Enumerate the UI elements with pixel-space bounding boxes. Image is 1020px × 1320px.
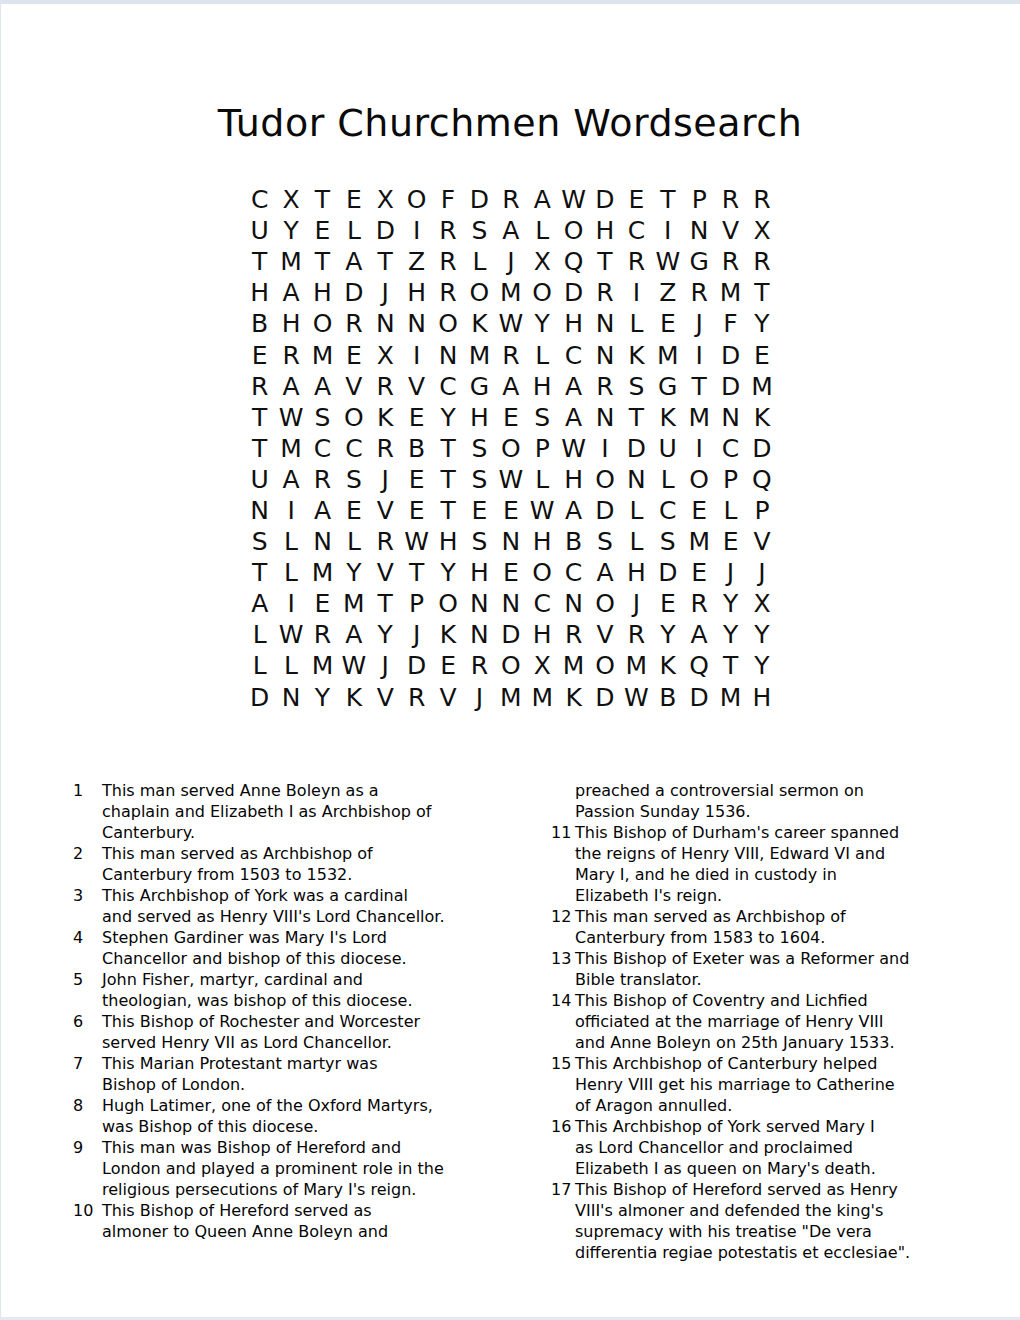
grid-cell: B: [652, 682, 683, 713]
clue-item: 9This man was Bishop of Hereford and Lon…: [73, 1137, 503, 1200]
grid-cell: I: [401, 339, 432, 370]
grid-cell: K: [746, 402, 777, 433]
grid-cell: I: [275, 495, 306, 526]
grid-cell: B: [244, 308, 275, 339]
grid-cell: G: [652, 371, 683, 402]
grid-cell: S: [464, 215, 495, 246]
grid-cell: K: [558, 682, 589, 713]
grid-cell: T: [370, 246, 401, 277]
grid-cell: R: [715, 184, 746, 215]
grid-cell: X: [370, 184, 401, 215]
grid-cell: N: [244, 495, 275, 526]
grid-cell: A: [275, 371, 306, 402]
grid-cell: L: [621, 495, 652, 526]
grid-cell: T: [652, 184, 683, 215]
grid-cell: D: [464, 184, 495, 215]
grid-cell: E: [715, 526, 746, 557]
grid-cell: E: [432, 650, 463, 681]
grid-cell: W: [558, 433, 589, 464]
grid-cell: U: [244, 464, 275, 495]
clue-item: preached a controversial sermon on Passi…: [551, 780, 951, 822]
clue-text: John Fisher, martyr, cardinal and theolo…: [102, 969, 503, 1011]
grid-cell: M: [275, 246, 306, 277]
grid-cell: N: [495, 526, 526, 557]
grid-cell: N: [589, 339, 620, 370]
grid-cell: N: [464, 588, 495, 619]
grid-cell: A: [527, 184, 558, 215]
grid-cell: J: [621, 588, 652, 619]
grid-cell: Z: [401, 246, 432, 277]
grid-cell: E: [401, 495, 432, 526]
grid-cell: D: [495, 619, 526, 650]
grid-cell: O: [338, 402, 369, 433]
grid-cell: Y: [746, 308, 777, 339]
grid-cell: O: [527, 277, 558, 308]
clue-text: This Bishop of Rochester and Worcester s…: [102, 1011, 503, 1053]
grid-cell: C: [621, 215, 652, 246]
grid-cell: X: [527, 246, 558, 277]
grid-cell: K: [464, 308, 495, 339]
grid-cell: M: [307, 557, 338, 588]
grid-cell: N: [621, 464, 652, 495]
clue-item: 5John Fisher, martyr, cardinal and theol…: [73, 969, 503, 1011]
grid-cell: D: [558, 277, 589, 308]
grid-cell: E: [683, 495, 714, 526]
grid-cell: S: [307, 402, 338, 433]
grid-cell: W: [527, 495, 558, 526]
grid-cell: C: [527, 588, 558, 619]
clue-text: Hugh Latimer, one of the Oxford Martyrs,…: [102, 1095, 503, 1137]
grid-cell: A: [558, 371, 589, 402]
clue-number: 15: [551, 1053, 575, 1074]
grid-cell: R: [683, 277, 714, 308]
grid-cell: R: [338, 308, 369, 339]
grid-cell: P: [746, 495, 777, 526]
grid-cell: H: [527, 619, 558, 650]
grid-cell: I: [401, 215, 432, 246]
grid-cell: M: [683, 526, 714, 557]
clue-text: This Bishop of Hereford served as Henry …: [575, 1179, 951, 1263]
grid-cell: P: [527, 433, 558, 464]
grid-cell: T: [244, 433, 275, 464]
clue-column-right: preached a controversial sermon on Passi…: [551, 780, 951, 1263]
grid-cell: D: [746, 433, 777, 464]
grid-cell: R: [370, 371, 401, 402]
grid-cell: R: [715, 246, 746, 277]
grid-cell: L: [275, 557, 306, 588]
clue-item: 11This Bishop of Durham's career spanned…: [551, 822, 951, 906]
grid-cell: W: [558, 184, 589, 215]
grid-cell: J: [495, 246, 526, 277]
grid-cell: Y: [527, 308, 558, 339]
grid-cell: L: [652, 464, 683, 495]
grid-cell: R: [432, 215, 463, 246]
clue-item: 13This Bishop of Exeter was a Reformer a…: [551, 948, 951, 990]
clue-text: This Bishop of Coventry and Lichfied off…: [575, 990, 951, 1053]
grid-cell: X: [746, 588, 777, 619]
grid-cell: M: [683, 402, 714, 433]
clue-text: This Marian Protestant martyr was Bishop…: [102, 1053, 503, 1095]
grid-cell: M: [275, 433, 306, 464]
grid-cell: N: [715, 402, 746, 433]
clue-number: 14: [551, 990, 575, 1011]
grid-cell: E: [495, 495, 526, 526]
grid-cell: R: [401, 682, 432, 713]
clue-number: 10: [73, 1200, 102, 1221]
clue-number: 5: [73, 969, 102, 990]
grid-cell: H: [464, 557, 495, 588]
grid-cell: A: [558, 495, 589, 526]
clue-text: This man served Anne Boleyn as a chaplai…: [102, 780, 503, 843]
grid-cell: S: [527, 402, 558, 433]
grid-cell: A: [244, 588, 275, 619]
grid-cell: K: [338, 682, 369, 713]
grid-cell: Y: [715, 588, 746, 619]
clue-number: 9: [73, 1137, 102, 1158]
grid-cell: N: [558, 588, 589, 619]
grid-cell: O: [495, 650, 526, 681]
grid-cell: I: [652, 215, 683, 246]
clue-text: This man was Bishop of Hereford and Lond…: [102, 1137, 503, 1200]
grid-cell: R: [307, 619, 338, 650]
grid-cell: I: [683, 433, 714, 464]
grid-cell: C: [558, 557, 589, 588]
grid-cell: V: [715, 215, 746, 246]
clue-item: 4Stephen Gardiner was Mary I's Lord Chan…: [73, 927, 503, 969]
grid-cell: W: [275, 402, 306, 433]
grid-cell: S: [621, 371, 652, 402]
grid-cell: Q: [558, 246, 589, 277]
grid-cell: M: [338, 588, 369, 619]
grid-cell: I: [621, 277, 652, 308]
clue-number: 17: [551, 1179, 575, 1200]
grid-cell: R: [746, 184, 777, 215]
clue-number: 8: [73, 1095, 102, 1116]
grid-cell: N: [464, 619, 495, 650]
grid-cell: V: [370, 682, 401, 713]
grid-cell: Y: [432, 402, 463, 433]
grid-cell: J: [401, 619, 432, 650]
grid-cell: T: [746, 277, 777, 308]
wordsearch-grid: CXTEXOFDRAWDETPRRUYELDIRSALOHCINVXTMTATZ…: [244, 184, 778, 713]
grid-cell: C: [432, 371, 463, 402]
grid-cell: U: [244, 215, 275, 246]
grid-cell: E: [495, 402, 526, 433]
clue-column-left: 1This man served Anne Boleyn as a chapla…: [73, 780, 503, 1242]
grid-cell: E: [652, 308, 683, 339]
clue-item: 16This Archbishop of York served Mary I …: [551, 1116, 951, 1179]
grid-cell: E: [495, 557, 526, 588]
clue-item: 12This man served as Archbishop of Cante…: [551, 906, 951, 948]
grid-cell: T: [307, 184, 338, 215]
grid-cell: A: [338, 246, 369, 277]
grid-cell: Q: [746, 464, 777, 495]
grid-cell: X: [275, 184, 306, 215]
grid-cell: T: [432, 464, 463, 495]
grid-cell: L: [338, 215, 369, 246]
grid-cell: E: [652, 588, 683, 619]
grid-cell: L: [275, 650, 306, 681]
clue-text: Stephen Gardiner was Mary I's Lord Chanc…: [102, 927, 503, 969]
grid-cell: Y: [715, 619, 746, 650]
grid-cell: O: [558, 215, 589, 246]
grid-cell: A: [307, 495, 338, 526]
grid-cell: I: [683, 339, 714, 370]
grid-cell: N: [401, 308, 432, 339]
grid-cell: P: [683, 184, 714, 215]
grid-cell: S: [652, 526, 683, 557]
grid-cell: H: [558, 308, 589, 339]
grid-cell: E: [683, 557, 714, 588]
grid-cell: O: [307, 308, 338, 339]
grid-cell: R: [432, 277, 463, 308]
grid-cell: E: [338, 339, 369, 370]
grid-cell: L: [244, 619, 275, 650]
grid-cell: Q: [683, 650, 714, 681]
grid-cell: H: [464, 402, 495, 433]
grid-cell: A: [307, 371, 338, 402]
grid-cell: E: [621, 184, 652, 215]
grid-cell: M: [307, 339, 338, 370]
grid-cell: E: [464, 495, 495, 526]
clue-item: 14This Bishop of Coventry and Lichfied o…: [551, 990, 951, 1053]
grid-cell: H: [527, 526, 558, 557]
grid-cell: H: [589, 215, 620, 246]
grid-cell: B: [401, 433, 432, 464]
page-title: Tudor Churchmen Wordsearch: [0, 101, 1020, 145]
grid-cell: V: [432, 682, 463, 713]
clue-item: 10This Bishop of Hereford served as almo…: [73, 1200, 503, 1242]
grid-cell: N: [589, 402, 620, 433]
grid-cell: Y: [432, 557, 463, 588]
grid-cell: T: [432, 433, 463, 464]
clue-item: 17This Bishop of Hereford served as Henr…: [551, 1179, 951, 1263]
grid-cell: R: [307, 464, 338, 495]
grid-cell: A: [275, 464, 306, 495]
grid-cell: N: [683, 215, 714, 246]
grid-cell: D: [621, 433, 652, 464]
grid-cell: P: [715, 464, 746, 495]
grid-cell: O: [401, 184, 432, 215]
grid-cell: D: [683, 682, 714, 713]
grid-cell: D: [715, 371, 746, 402]
grid-cell: L: [621, 526, 652, 557]
clue-text: This man served as Archbishop of Canterb…: [575, 906, 951, 948]
grid-cell: L: [527, 215, 558, 246]
grid-cell: R: [683, 588, 714, 619]
grid-cell: R: [589, 277, 620, 308]
clue-text: This man served as Archbishop of Canterb…: [102, 843, 503, 885]
grid-cell: R: [244, 371, 275, 402]
grid-cell: R: [746, 246, 777, 277]
grid-cell: T: [244, 557, 275, 588]
clue-number: 13: [551, 948, 575, 969]
grid-cell: D: [589, 495, 620, 526]
grid-cell: L: [621, 308, 652, 339]
grid-cell: L: [527, 339, 558, 370]
clue-item: 3This Archbishop of York was a cardinal …: [73, 885, 503, 927]
grid-cell: V: [589, 619, 620, 650]
grid-cell: F: [432, 184, 463, 215]
grid-cell: O: [495, 433, 526, 464]
grid-cell: I: [275, 588, 306, 619]
grid-cell: T: [683, 371, 714, 402]
grid-cell: H: [746, 682, 777, 713]
grid-cell: R: [621, 619, 652, 650]
grid-cell: J: [370, 464, 401, 495]
grid-cell: Z: [652, 277, 683, 308]
clue-number: 3: [73, 885, 102, 906]
grid-cell: E: [746, 339, 777, 370]
grid-cell: V: [401, 371, 432, 402]
grid-cell: V: [338, 371, 369, 402]
grid-cell: D: [244, 682, 275, 713]
grid-cell: W: [338, 650, 369, 681]
grid-cell: M: [652, 339, 683, 370]
grid-cell: H: [527, 371, 558, 402]
clue-number: 12: [551, 906, 575, 927]
clue-text: This Archbishop of Canterbury helped Hen…: [575, 1053, 951, 1116]
grid-cell: O: [589, 650, 620, 681]
grid-cell: O: [464, 277, 495, 308]
grid-cell: S: [464, 526, 495, 557]
grid-cell: D: [401, 650, 432, 681]
grid-cell: X: [746, 215, 777, 246]
grid-cell: V: [746, 526, 777, 557]
grid-cell: A: [338, 619, 369, 650]
grid-cell: T: [244, 402, 275, 433]
grid-cell: L: [338, 526, 369, 557]
grid-cell: S: [244, 526, 275, 557]
grid-cell: W: [621, 682, 652, 713]
clue-text: This Bishop of Exeter was a Reformer and…: [575, 948, 951, 990]
grid-cell: E: [338, 495, 369, 526]
grid-cell: J: [464, 682, 495, 713]
grid-cell: O: [432, 308, 463, 339]
clue-number: 4: [73, 927, 102, 948]
grid-cell: S: [464, 433, 495, 464]
grid-cell: J: [683, 308, 714, 339]
grid-cell: L: [244, 650, 275, 681]
grid-cell: K: [370, 402, 401, 433]
grid-cell: E: [244, 339, 275, 370]
grid-cell: T: [715, 650, 746, 681]
grid-cell: H: [244, 277, 275, 308]
grid-cell: Y: [338, 557, 369, 588]
grid-cell: M: [746, 371, 777, 402]
grid-cell: N: [370, 308, 401, 339]
grid-cell: R: [495, 339, 526, 370]
grid-cell: U: [652, 433, 683, 464]
grid-cell: N: [589, 308, 620, 339]
grid-cell: R: [464, 650, 495, 681]
grid-cell: M: [715, 682, 746, 713]
grid-cell: R: [432, 246, 463, 277]
grid-cell: E: [338, 184, 369, 215]
grid-cell: K: [652, 402, 683, 433]
grid-cell: H: [558, 464, 589, 495]
grid-cell: H: [432, 526, 463, 557]
grid-cell: N: [495, 588, 526, 619]
clue-item: 2This man served as Archbishop of Canter…: [73, 843, 503, 885]
grid-cell: N: [432, 339, 463, 370]
grid-cell: F: [715, 308, 746, 339]
grid-cell: D: [715, 339, 746, 370]
grid-cell: D: [589, 682, 620, 713]
grid-cell: G: [464, 371, 495, 402]
grid-cell: M: [715, 277, 746, 308]
grid-cell: C: [244, 184, 275, 215]
grid-cell: R: [495, 184, 526, 215]
grid-cell: M: [495, 277, 526, 308]
grid-cell: C: [715, 433, 746, 464]
grid-cell: H: [275, 308, 306, 339]
grid-cell: T: [621, 402, 652, 433]
grid-cell: L: [715, 495, 746, 526]
grid-cell: Y: [652, 619, 683, 650]
grid-cell: R: [275, 339, 306, 370]
grid-cell: L: [527, 464, 558, 495]
clue-number: 6: [73, 1011, 102, 1032]
grid-cell: D: [589, 184, 620, 215]
grid-cell: X: [370, 339, 401, 370]
grid-cell: D: [338, 277, 369, 308]
clue-number: 2: [73, 843, 102, 864]
grid-cell: R: [589, 371, 620, 402]
grid-cell: V: [370, 495, 401, 526]
grid-cell: M: [464, 339, 495, 370]
grid-cell: T: [244, 246, 275, 277]
grid-cell: I: [589, 433, 620, 464]
grid-cell: M: [307, 650, 338, 681]
grid-cell: S: [464, 464, 495, 495]
grid-cell: Y: [275, 215, 306, 246]
clue-text: This Bishop of Durham's career spanned t…: [575, 822, 951, 906]
grid-cell: L: [464, 246, 495, 277]
grid-cell: J: [370, 277, 401, 308]
grid-cell: O: [589, 588, 620, 619]
grid-cell: S: [589, 526, 620, 557]
page-top-edge-strip: [0, 0, 1020, 4]
grid-cell: R: [621, 246, 652, 277]
grid-cell: E: [401, 402, 432, 433]
grid-cell: D: [370, 215, 401, 246]
grid-cell: Y: [746, 619, 777, 650]
grid-cell: C: [307, 433, 338, 464]
clue-text: This Archbishop of York was a cardinal a…: [102, 885, 503, 927]
grid-cell: B: [558, 526, 589, 557]
grid-cell: H: [307, 277, 338, 308]
clue-item: 8Hugh Latimer, one of the Oxford Martyrs…: [73, 1095, 503, 1137]
clue-item: 7This Marian Protestant martyr was Bisho…: [73, 1053, 503, 1095]
grid-cell: S: [338, 464, 369, 495]
grid-cell: C: [652, 495, 683, 526]
grid-cell: J: [370, 650, 401, 681]
grid-cell: H: [621, 557, 652, 588]
grid-cell: T: [432, 495, 463, 526]
clue-text: This Archbishop of York served Mary I as…: [575, 1116, 951, 1179]
grid-cell: T: [307, 246, 338, 277]
grid-cell: Y: [370, 619, 401, 650]
grid-cell: L: [275, 526, 306, 557]
grid-cell: O: [432, 588, 463, 619]
clue-text: This Bishop of Hereford served as almone…: [102, 1200, 503, 1242]
grid-cell: G: [683, 246, 714, 277]
grid-cell: O: [683, 464, 714, 495]
grid-cell: R: [558, 619, 589, 650]
grid-cell: X: [527, 650, 558, 681]
grid-cell: K: [621, 339, 652, 370]
